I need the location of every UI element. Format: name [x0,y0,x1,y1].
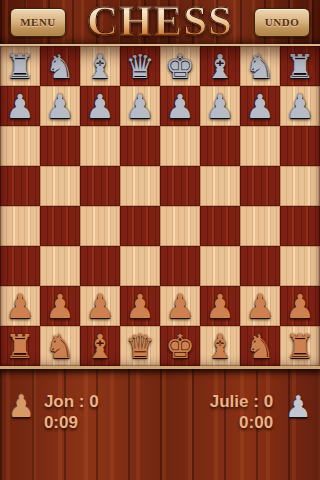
square-h4[interactable] [280,206,320,246]
square-h7[interactable]: ♟ [280,86,320,126]
square-a7[interactable]: ♟ [0,86,40,126]
square-e2[interactable]: ♟ [160,286,200,326]
square-g5[interactable] [240,166,280,206]
square-a5[interactable] [0,166,40,206]
player-right-label: Julie : 0 [210,391,273,412]
white-pawn[interactable]: ♟ [240,286,280,326]
black-pawn[interactable]: ♟ [200,86,240,126]
square-b7[interactable]: ♟ [40,86,80,126]
player-right: Julie : 0 0:00 [210,391,273,433]
square-a4[interactable] [0,206,40,246]
square-e8[interactable]: ♚ [160,46,200,86]
chess-board: ♜♞♝♛♚♝♞♜♟♟♟♟♟♟♟♟♟♟♟♟♟♟♟♟♜♞♝♛♚♝♞♜ [0,44,320,369]
white-knight[interactable]: ♞ [240,326,280,366]
square-d1[interactable]: ♛ [120,326,160,366]
menu-button[interactable]: MENU [10,8,66,37]
square-b2[interactable]: ♟ [40,286,80,326]
square-e5[interactable] [160,166,200,206]
black-knight[interactable]: ♞ [240,46,280,86]
square-c2[interactable]: ♟ [80,286,120,326]
square-h8[interactable]: ♜ [280,46,320,86]
square-g1[interactable]: ♞ [240,326,280,366]
square-h1[interactable]: ♜ [280,326,320,366]
square-c5[interactable] [80,166,120,206]
square-d3[interactable] [120,246,160,286]
black-pawn[interactable]: ♟ [280,86,320,126]
white-pawn[interactable]: ♟ [280,286,320,326]
white-pawn[interactable]: ♟ [160,286,200,326]
square-e1[interactable]: ♚ [160,326,200,366]
black-pawn[interactable]: ♟ [120,86,160,126]
black-king[interactable]: ♚ [160,46,200,86]
black-pawn-icon: ♟ [285,391,312,423]
player-left: Jon : 0 0:09 [44,391,99,433]
white-pawn-icon: ♟ [8,391,35,423]
square-a6[interactable] [0,126,40,166]
square-d4[interactable] [120,206,160,246]
white-pawn[interactable]: ♟ [120,286,160,326]
app-title: CHESS [87,0,233,45]
square-f5[interactable] [200,166,240,206]
square-c7[interactable]: ♟ [80,86,120,126]
white-pawn[interactable]: ♟ [80,286,120,326]
black-bishop[interactable]: ♝ [80,46,120,86]
square-d6[interactable] [120,126,160,166]
black-bishop[interactable]: ♝ [200,46,240,86]
square-e6[interactable] [160,126,200,166]
white-rook[interactable]: ♜ [0,326,40,366]
black-pawn[interactable]: ♟ [160,86,200,126]
square-b5[interactable] [40,166,80,206]
white-rook[interactable]: ♜ [280,326,320,366]
square-f2[interactable]: ♟ [200,286,240,326]
status-bar: ♟ Jon : 0 0:09 Julie : 0 0:00 ♟ [0,369,320,480]
square-h2[interactable]: ♟ [280,286,320,326]
white-pawn[interactable]: ♟ [0,286,40,326]
square-f7[interactable]: ♟ [200,86,240,126]
square-b3[interactable] [40,246,80,286]
chess-app: MENU CHESS UNDO ♜♞♝♛♚♝♞♜♟♟♟♟♟♟♟♟♟♟♟♟♟♟♟♟… [0,0,320,480]
square-a8[interactable]: ♜ [0,46,40,86]
square-g3[interactable] [240,246,280,286]
square-c6[interactable] [80,126,120,166]
square-d2[interactable]: ♟ [120,286,160,326]
square-d8[interactable]: ♛ [120,46,160,86]
square-g7[interactable]: ♟ [240,86,280,126]
square-a2[interactable]: ♟ [0,286,40,326]
white-knight[interactable]: ♞ [40,326,80,366]
square-c8[interactable]: ♝ [80,46,120,86]
square-f3[interactable] [200,246,240,286]
white-pawn[interactable]: ♟ [200,286,240,326]
square-h5[interactable] [280,166,320,206]
square-g4[interactable] [240,206,280,246]
white-king[interactable]: ♚ [160,326,200,366]
square-d5[interactable] [120,166,160,206]
black-queen[interactable]: ♛ [120,46,160,86]
square-c1[interactable]: ♝ [80,326,120,366]
black-knight[interactable]: ♞ [40,46,80,86]
player-left-label: Jon : 0 [44,391,99,412]
square-e4[interactable] [160,206,200,246]
square-a1[interactable]: ♜ [0,326,40,366]
undo-button[interactable]: UNDO [254,8,310,37]
square-f4[interactable] [200,206,240,246]
square-a3[interactable] [0,246,40,286]
square-e3[interactable] [160,246,200,286]
black-pawn[interactable]: ♟ [40,86,80,126]
black-pawn[interactable]: ♟ [240,86,280,126]
square-f6[interactable] [200,126,240,166]
chess-board-grid: ♜♞♝♛♚♝♞♜♟♟♟♟♟♟♟♟♟♟♟♟♟♟♟♟♜♞♝♛♚♝♞♜ [0,46,320,366]
square-b6[interactable] [40,126,80,166]
player-left-time: 0:09 [44,412,99,433]
square-b8[interactable]: ♞ [40,46,80,86]
white-pawn[interactable]: ♟ [40,286,80,326]
square-c3[interactable] [80,246,120,286]
white-queen[interactable]: ♛ [120,326,160,366]
square-g2[interactable]: ♟ [240,286,280,326]
square-h3[interactable] [280,246,320,286]
player-right-time: 0:00 [210,412,273,433]
square-b4[interactable] [40,206,80,246]
square-f1[interactable]: ♝ [200,326,240,366]
square-e7[interactable]: ♟ [160,86,200,126]
white-bishop[interactable]: ♝ [200,326,240,366]
black-pawn[interactable]: ♟ [80,86,120,126]
square-c4[interactable] [80,206,120,246]
black-pawn[interactable]: ♟ [0,86,40,126]
title-bar: MENU CHESS UNDO [0,0,320,44]
square-h6[interactable] [280,126,320,166]
black-rook[interactable]: ♜ [280,46,320,86]
square-d7[interactable]: ♟ [120,86,160,126]
white-bishop[interactable]: ♝ [80,326,120,366]
black-rook[interactable]: ♜ [0,46,40,86]
square-g8[interactable]: ♞ [240,46,280,86]
square-f8[interactable]: ♝ [200,46,240,86]
square-b1[interactable]: ♞ [40,326,80,366]
square-g6[interactable] [240,126,280,166]
